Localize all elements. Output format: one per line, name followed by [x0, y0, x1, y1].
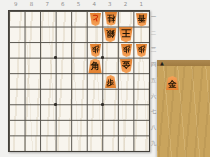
- square-1-6[interactable]: [133, 89, 149, 105]
- square-7-3[interactable]: [40, 42, 56, 58]
- piece-kanji: 歩: [107, 77, 115, 87]
- piece-kanji: 歩: [91, 46, 99, 56]
- square-7-6[interactable]: [40, 89, 56, 105]
- square-3-4[interactable]: [102, 58, 118, 74]
- square-8-2[interactable]: [25, 27, 41, 43]
- square-9-6[interactable]: [9, 89, 25, 105]
- square-7-4[interactable]: [40, 58, 56, 74]
- square-6-5[interactable]: [56, 73, 72, 89]
- square-4-5[interactable]: [87, 73, 103, 89]
- square-7-8[interactable]: [40, 120, 56, 136]
- piece-kanji: 歩: [138, 46, 146, 56]
- square-5-7[interactable]: [71, 104, 87, 120]
- file-label-9: 9: [8, 0, 24, 9]
- square-1-9[interactable]: [133, 135, 149, 151]
- square-8-6[interactable]: [25, 89, 41, 105]
- shogi-app: 987654321 と桂香銀王歩歩歩角金歩 一二三四五六七八九 ▲ 金: [0, 0, 210, 157]
- piece-kanji: 角: [91, 60, 100, 71]
- square-8-1[interactable]: [25, 11, 41, 27]
- piece-kanji: 桂: [107, 14, 115, 24]
- shogi-piece-sente-4四[interactable]: 角: [88, 59, 101, 74]
- piece-kanji: 銀: [106, 30, 115, 41]
- shogi-board: と桂香銀王歩歩歩角金歩: [8, 10, 150, 152]
- square-2-5[interactable]: [118, 73, 134, 89]
- square-5-4[interactable]: [71, 58, 87, 74]
- square-6-2[interactable]: [56, 27, 72, 43]
- square-7-7[interactable]: [40, 104, 56, 120]
- piece-kanji: と: [91, 15, 99, 25]
- file-labels: 987654321: [8, 0, 149, 9]
- square-1-2[interactable]: [133, 27, 149, 43]
- square-9-1[interactable]: [9, 11, 25, 27]
- hoshi-point: [54, 103, 57, 106]
- square-8-8[interactable]: [25, 120, 41, 136]
- file-label-1: 1: [133, 0, 149, 9]
- rank-label-3: 三: [149, 41, 158, 57]
- square-5-2[interactable]: [71, 27, 87, 43]
- square-4-6[interactable]: [87, 89, 103, 105]
- shogi-piece-gote-1一[interactable]: 香: [136, 13, 148, 26]
- square-4-2[interactable]: [87, 27, 103, 43]
- square-9-8[interactable]: [9, 120, 25, 136]
- square-2-7[interactable]: [118, 104, 134, 120]
- square-2-6[interactable]: [118, 89, 134, 105]
- square-7-5[interactable]: [40, 73, 56, 89]
- square-2-1[interactable]: [118, 11, 134, 27]
- piece-kanji: 歩: [122, 46, 130, 56]
- square-6-3[interactable]: [56, 42, 72, 58]
- square-4-9[interactable]: [87, 135, 103, 151]
- square-3-8[interactable]: [102, 120, 118, 136]
- square-4-7[interactable]: [87, 104, 103, 120]
- square-5-1[interactable]: [71, 11, 87, 27]
- square-1-7[interactable]: [133, 104, 149, 120]
- file-label-6: 6: [55, 0, 71, 9]
- square-6-1[interactable]: [56, 11, 72, 27]
- square-9-4[interactable]: [9, 58, 25, 74]
- square-7-1[interactable]: [40, 11, 56, 27]
- square-8-3[interactable]: [25, 42, 41, 58]
- hand-pieces: 金: [157, 66, 210, 157]
- hoshi-point: [101, 56, 104, 59]
- square-1-4[interactable]: [133, 58, 149, 74]
- rank-label-2: 二: [149, 26, 158, 42]
- square-3-6[interactable]: [102, 89, 118, 105]
- square-6-9[interactable]: [56, 135, 72, 151]
- square-5-5[interactable]: [71, 73, 87, 89]
- square-3-7[interactable]: [102, 104, 118, 120]
- komadai-sente: ▲ 金: [157, 60, 210, 157]
- square-5-9[interactable]: [71, 135, 87, 151]
- piece-kanji: 香: [138, 14, 146, 24]
- file-label-2: 2: [118, 0, 134, 9]
- square-9-9[interactable]: [9, 135, 25, 151]
- square-8-4[interactable]: [25, 58, 41, 74]
- square-7-2[interactable]: [40, 27, 56, 43]
- hand-piece-sente-金[interactable]: 金: [166, 76, 179, 90]
- square-2-8[interactable]: [118, 120, 134, 136]
- square-5-3[interactable]: [71, 42, 87, 58]
- square-9-2[interactable]: [9, 27, 25, 43]
- hoshi-point: [54, 56, 57, 59]
- square-9-3[interactable]: [9, 42, 25, 58]
- shogi-piece-sente-3五[interactable]: 歩: [105, 75, 116, 88]
- square-1-8[interactable]: [133, 120, 149, 136]
- square-6-7[interactable]: [56, 104, 72, 120]
- square-8-9[interactable]: [25, 135, 41, 151]
- square-2-9[interactable]: [118, 135, 134, 151]
- square-8-7[interactable]: [25, 104, 41, 120]
- square-5-6[interactable]: [71, 89, 87, 105]
- file-label-3: 3: [102, 0, 118, 9]
- square-5-8[interactable]: [71, 120, 87, 136]
- rank-label-1: 一: [149, 10, 158, 26]
- square-1-5[interactable]: [133, 73, 149, 89]
- square-7-9[interactable]: [40, 135, 56, 151]
- square-3-3[interactable]: [102, 42, 118, 58]
- square-6-8[interactable]: [56, 120, 72, 136]
- piece-kanji: 金: [122, 61, 131, 72]
- piece-kanji: 王: [121, 29, 131, 41]
- square-9-7[interactable]: [9, 104, 25, 120]
- file-label-8: 8: [24, 0, 40, 9]
- square-4-8[interactable]: [87, 120, 103, 136]
- piece-kanji: 金: [168, 78, 177, 89]
- square-9-5[interactable]: [9, 73, 25, 89]
- hoshi-point: [101, 103, 104, 106]
- square-8-5[interactable]: [25, 73, 41, 89]
- square-6-6[interactable]: [56, 89, 72, 105]
- file-label-5: 5: [71, 0, 87, 9]
- file-label-7: 7: [39, 0, 55, 9]
- file-label-4: 4: [86, 0, 102, 9]
- square-3-9[interactable]: [102, 135, 118, 151]
- square-6-4[interactable]: [56, 58, 72, 74]
